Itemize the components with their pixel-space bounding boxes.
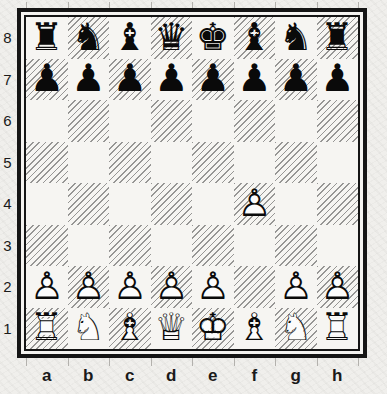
square-g5[interactable] [275, 142, 317, 184]
square-a2[interactable]: ♟♙ [26, 266, 68, 308]
rank-label-6: 6 [0, 100, 15, 142]
white-pawn-outline: ♙ [113, 267, 147, 305]
black-pawn[interactable]: ♟ [30, 59, 64, 97]
square-b3[interactable] [68, 225, 110, 267]
square-d2[interactable]: ♟♙ [151, 266, 193, 308]
black-pawn-glyph: ♟ [113, 59, 147, 97]
white-knight-outline: ♘ [71, 308, 105, 346]
square-h5[interactable] [317, 142, 359, 184]
file-label-g: g [275, 363, 317, 389]
black-bishop[interactable]: ♝ [237, 18, 271, 56]
square-a4[interactable] [26, 183, 68, 225]
white-pawn-outline: ♙ [196, 267, 230, 305]
square-c4[interactable] [109, 183, 151, 225]
white-queen[interactable]: ♛♕ [154, 308, 188, 346]
square-b6[interactable] [68, 100, 110, 142]
white-bishop-outline: ♗ [237, 308, 271, 346]
black-knight[interactable]: ♞ [279, 18, 313, 56]
black-rook-glyph: ♜ [30, 18, 64, 56]
black-bishop-glyph: ♝ [237, 18, 271, 56]
square-d6[interactable] [151, 100, 193, 142]
black-pawn-glyph: ♟ [237, 59, 271, 97]
square-d4[interactable] [151, 183, 193, 225]
black-pawn-glyph: ♟ [154, 59, 188, 97]
square-a5[interactable] [26, 142, 68, 184]
black-pawn[interactable]: ♟ [196, 59, 230, 97]
chess-board: ♜♞♝♛♚♝♞♜♟♟♟♟♟♟♟♟♟♙♟♙♟♙♟♙♟♙♟♙♟♙♟♙♜♖♞♘♝♗♛♕… [17, 8, 367, 358]
rank-label-5: 5 [0, 142, 15, 184]
white-bishop-outline: ♗ [113, 308, 147, 346]
black-pawn-glyph: ♟ [196, 59, 230, 97]
white-pawn[interactable]: ♟♙ [71, 267, 105, 305]
black-bishop-glyph: ♝ [113, 18, 147, 56]
black-pawn-glyph: ♟ [320, 59, 354, 97]
black-rook[interactable]: ♜ [320, 18, 354, 56]
square-d7[interactable]: ♟ [151, 59, 193, 101]
chess-diagram-page: { "game": "chess", "diagram_title": "Pos… [0, 0, 387, 394]
square-e8[interactable]: ♚ [192, 17, 234, 59]
white-knight-outline: ♘ [279, 308, 313, 346]
square-e1[interactable]: ♚♔ [192, 308, 234, 350]
square-f7[interactable]: ♟ [234, 59, 276, 101]
white-pawn-outline: ♙ [30, 267, 64, 305]
black-pawn[interactable]: ♟ [279, 59, 313, 97]
rank-label-4: 4 [0, 183, 15, 225]
square-g7[interactable]: ♟ [275, 59, 317, 101]
rank-labels: 87654321 [0, 17, 15, 349]
rank-label-8: 8 [0, 17, 15, 59]
white-rook[interactable]: ♜♖ [30, 308, 64, 346]
black-knight[interactable]: ♞ [71, 18, 105, 56]
white-queen-outline: ♕ [154, 308, 188, 346]
white-pawn-outline: ♙ [154, 267, 188, 305]
black-rook-glyph: ♜ [320, 18, 354, 56]
black-pawn-glyph: ♟ [279, 59, 313, 97]
square-f4[interactable]: ♟♙ [234, 183, 276, 225]
white-pawn[interactable]: ♟♙ [30, 267, 64, 305]
square-d8[interactable]: ♛ [151, 17, 193, 59]
square-e5[interactable] [192, 142, 234, 184]
black-bishop[interactable]: ♝ [113, 18, 147, 56]
white-pawn-outline: ♙ [279, 267, 313, 305]
square-h4[interactable] [317, 183, 359, 225]
white-king-outline: ♔ [196, 308, 230, 346]
white-pawn-outline: ♙ [71, 267, 105, 305]
square-f6[interactable] [234, 100, 276, 142]
black-king[interactable]: ♚ [196, 18, 230, 56]
square-d1[interactable]: ♛♕ [151, 308, 193, 350]
black-rook[interactable]: ♜ [30, 18, 64, 56]
square-e2[interactable]: ♟♙ [192, 266, 234, 308]
square-a3[interactable] [26, 225, 68, 267]
black-king-glyph: ♚ [196, 18, 230, 56]
square-h2[interactable]: ♟♙ [317, 266, 359, 308]
square-e4[interactable] [192, 183, 234, 225]
board-outer-border: ♜♞♝♛♚♝♞♜♟♟♟♟♟♟♟♟♟♙♟♙♟♙♟♙♟♙♟♙♟♙♟♙♜♖♞♘♝♗♛♕… [17, 8, 367, 358]
white-pawn[interactable]: ♟♙ [279, 267, 313, 305]
black-pawn-glyph: ♟ [30, 59, 64, 97]
file-labels: abcdefgh [26, 363, 358, 389]
square-d5[interactable] [151, 142, 193, 184]
file-label-a: a [26, 363, 68, 389]
black-knight-glyph: ♞ [71, 18, 105, 56]
square-h6[interactable] [317, 100, 359, 142]
square-f3[interactable] [234, 225, 276, 267]
square-g1[interactable]: ♞♘ [275, 308, 317, 350]
white-knight[interactable]: ♞♘ [71, 308, 105, 346]
rank-label-2: 2 [0, 266, 15, 308]
file-label-e: e [192, 363, 234, 389]
white-knight[interactable]: ♞♘ [279, 308, 313, 346]
square-b8[interactable]: ♞ [68, 17, 110, 59]
square-g3[interactable] [275, 225, 317, 267]
square-c3[interactable] [109, 225, 151, 267]
black-queen-glyph: ♛ [154, 18, 188, 56]
black-pawn-glyph: ♟ [71, 59, 105, 97]
file-label-c: c [109, 363, 151, 389]
rank-label-3: 3 [0, 225, 15, 267]
rank-label-1: 1 [0, 308, 15, 350]
square-a1[interactable]: ♜♖ [26, 308, 68, 350]
black-pawn[interactable]: ♟ [320, 59, 354, 97]
black-pawn[interactable]: ♟ [154, 59, 188, 97]
square-e3[interactable] [192, 225, 234, 267]
file-label-d: d [151, 363, 193, 389]
black-queen[interactable]: ♛ [154, 18, 188, 56]
square-c8[interactable]: ♝ [109, 17, 151, 59]
white-pawn-outline: ♙ [320, 267, 354, 305]
board-inner-border: ♜♞♝♛♚♝♞♜♟♟♟♟♟♟♟♟♟♙♟♙♟♙♟♙♟♙♟♙♟♙♟♙♜♖♞♘♝♗♛♕… [24, 15, 360, 351]
white-pawn[interactable]: ♟♙ [113, 267, 147, 305]
file-label-f: f [234, 363, 276, 389]
rank-label-7: 7 [0, 59, 15, 101]
square-h8[interactable]: ♜ [317, 17, 359, 59]
white-rook[interactable]: ♜♖ [320, 308, 354, 346]
square-g6[interactable] [275, 100, 317, 142]
square-g8[interactable]: ♞ [275, 17, 317, 59]
square-f5[interactable] [234, 142, 276, 184]
black-pawn[interactable]: ♟ [237, 59, 271, 97]
square-a6[interactable] [26, 100, 68, 142]
square-d3[interactable] [151, 225, 193, 267]
square-e7[interactable]: ♟ [192, 59, 234, 101]
square-g2[interactable]: ♟♙ [275, 266, 317, 308]
white-bishop[interactable]: ♝♗ [237, 308, 271, 346]
square-b2[interactable]: ♟♙ [68, 266, 110, 308]
square-e6[interactable] [192, 100, 234, 142]
white-pawn-outline: ♙ [237, 184, 271, 222]
square-f2[interactable] [234, 266, 276, 308]
square-f8[interactable]: ♝ [234, 17, 276, 59]
square-a7[interactable]: ♟ [26, 59, 68, 101]
square-g4[interactable] [275, 183, 317, 225]
square-f1[interactable]: ♝♗ [234, 308, 276, 350]
white-rook-outline: ♖ [30, 308, 64, 346]
square-c7[interactable]: ♟ [109, 59, 151, 101]
white-pawn[interactable]: ♟♙ [320, 267, 354, 305]
white-pawn[interactable]: ♟♙ [237, 184, 271, 222]
square-h7[interactable]: ♟ [317, 59, 359, 101]
black-knight-glyph: ♞ [279, 18, 313, 56]
square-c2[interactable]: ♟♙ [109, 266, 151, 308]
square-b4[interactable] [68, 183, 110, 225]
square-c6[interactable] [109, 100, 151, 142]
white-pawn[interactable]: ♟♙ [196, 267, 230, 305]
white-king[interactable]: ♚♔ [196, 308, 230, 346]
black-pawn[interactable]: ♟ [113, 59, 147, 97]
square-b7[interactable]: ♟ [68, 59, 110, 101]
white-bishop[interactable]: ♝♗ [113, 308, 147, 346]
square-c5[interactable] [109, 142, 151, 184]
square-a8[interactable]: ♜ [26, 17, 68, 59]
black-pawn[interactable]: ♟ [71, 59, 105, 97]
file-label-h: h [317, 363, 359, 389]
square-h3[interactable] [317, 225, 359, 267]
square-b1[interactable]: ♞♘ [68, 308, 110, 350]
white-pawn[interactable]: ♟♙ [154, 267, 188, 305]
square-c1[interactable]: ♝♗ [109, 308, 151, 350]
square-h1[interactable]: ♜♖ [317, 308, 359, 350]
white-rook-outline: ♖ [320, 308, 354, 346]
chess-board-grid: ♜♞♝♛♚♝♞♜♟♟♟♟♟♟♟♟♟♙♟♙♟♙♟♙♟♙♟♙♟♙♟♙♜♖♞♘♝♗♛♕… [26, 17, 358, 349]
square-b5[interactable] [68, 142, 110, 184]
file-label-b: b [68, 363, 110, 389]
